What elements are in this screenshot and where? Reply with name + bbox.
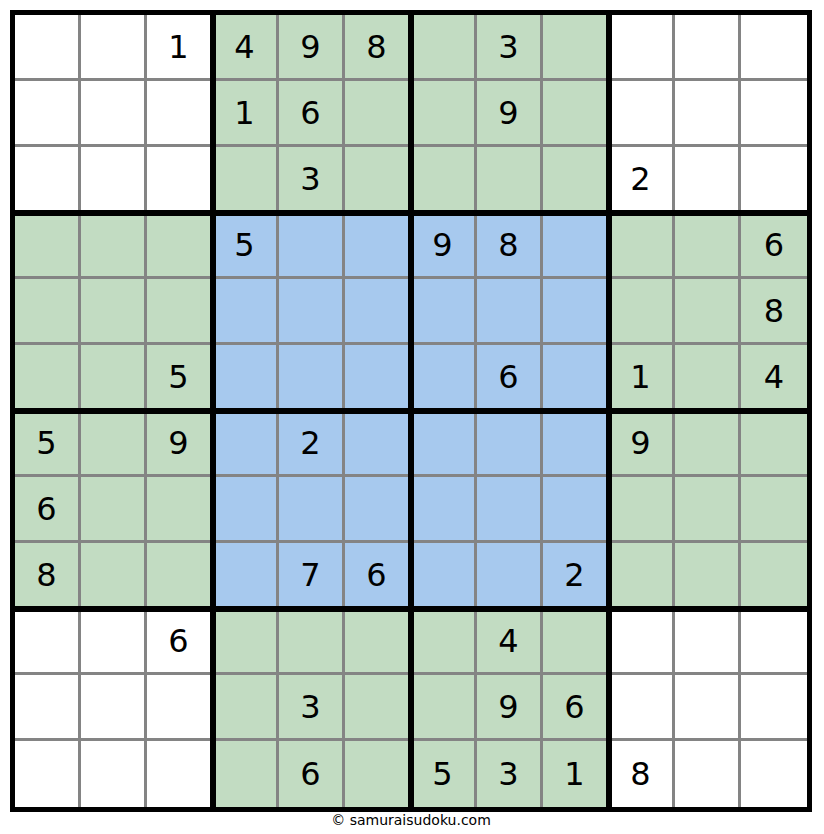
- cell-r12c2-empty[interactable]: [81, 741, 147, 807]
- cell-r5c8-empty[interactable]: [477, 279, 543, 345]
- cell-r3c9-empty[interactable]: [543, 147, 609, 213]
- cell-r11c2-empty[interactable]: [81, 675, 147, 741]
- cell-r7c10-given[interactable]: 9: [609, 411, 675, 477]
- cell-r12c12-empty[interactable]: [741, 741, 807, 807]
- cell-r6c3-given[interactable]: 5: [147, 345, 213, 411]
- cell-r4c11-empty[interactable]: [675, 213, 741, 279]
- cell-r4c6-empty[interactable]: [345, 213, 411, 279]
- cell-r9c4-empty[interactable]: [213, 543, 279, 609]
- cell-r7c5-given[interactable]: 2: [279, 411, 345, 477]
- cell-r8c10-empty[interactable]: [609, 477, 675, 543]
- cell-r5c6-empty[interactable]: [345, 279, 411, 345]
- cell-r12c3-empty[interactable]: [147, 741, 213, 807]
- cell-r3c4-empty[interactable]: [213, 147, 279, 213]
- cell-r8c12-empty[interactable]: [741, 477, 807, 543]
- cell-r10c3-given[interactable]: 6: [147, 609, 213, 675]
- cell-r3c11-empty[interactable]: [675, 147, 741, 213]
- cell-r6c2-empty[interactable]: [81, 345, 147, 411]
- cell-r6c5-empty[interactable]: [279, 345, 345, 411]
- cell-r12c9-given[interactable]: 1: [543, 741, 609, 807]
- cell-r7c3-given[interactable]: 9: [147, 411, 213, 477]
- cell-r5c3-empty[interactable]: [147, 279, 213, 345]
- cell-r3c8-empty[interactable]: [477, 147, 543, 213]
- cell-r9c2-empty[interactable]: [81, 543, 147, 609]
- cell-r11c7-empty[interactable]: [411, 675, 477, 741]
- cell-r9c8-empty[interactable]: [477, 543, 543, 609]
- cell-r1c8-given[interactable]: 3: [477, 15, 543, 81]
- cell-r6c8-given[interactable]: 6: [477, 345, 543, 411]
- cell-r7c12-empty[interactable]: [741, 411, 807, 477]
- cell-r2c4-given[interactable]: 1: [213, 81, 279, 147]
- sudoku-board: 14983169325986856145929687626439665318: [10, 10, 812, 812]
- cell-r1c10-empty[interactable]: [609, 15, 675, 81]
- cell-r12c1-empty[interactable]: [15, 741, 81, 807]
- cell-r10c5-empty[interactable]: [279, 609, 345, 675]
- cell-r10c11-empty[interactable]: [675, 609, 741, 675]
- cell-r2c5-given[interactable]: 6: [279, 81, 345, 147]
- cell-r5c9-empty[interactable]: [543, 279, 609, 345]
- cell-r5c5-empty[interactable]: [279, 279, 345, 345]
- cell-r7c11-empty[interactable]: [675, 411, 741, 477]
- cell-r5c12-given[interactable]: 8: [741, 279, 807, 345]
- cell-r7c1-given[interactable]: 5: [15, 411, 81, 477]
- cell-r5c4-empty[interactable]: [213, 279, 279, 345]
- cell-r8c8-empty[interactable]: [477, 477, 543, 543]
- cell-r11c6-empty[interactable]: [345, 675, 411, 741]
- cell-r4c3-empty[interactable]: [147, 213, 213, 279]
- cell-r10c12-empty[interactable]: [741, 609, 807, 675]
- cell-r2c3-empty[interactable]: [147, 81, 213, 147]
- cell-r6c6-empty[interactable]: [345, 345, 411, 411]
- cell-r2c10-empty[interactable]: [609, 81, 675, 147]
- cell-r6c7-empty[interactable]: [411, 345, 477, 411]
- cell-r8c1-given[interactable]: 6: [15, 477, 81, 543]
- cell-r3c2-empty[interactable]: [81, 147, 147, 213]
- cell-r4c9-empty[interactable]: [543, 213, 609, 279]
- cell-r2c11-empty[interactable]: [675, 81, 741, 147]
- cell-r9c3-empty[interactable]: [147, 543, 213, 609]
- cell-r10c9-empty[interactable]: [543, 609, 609, 675]
- cell-r12c7-given[interactable]: 5: [411, 741, 477, 807]
- cell-r6c11-empty[interactable]: [675, 345, 741, 411]
- cell-r7c4-empty[interactable]: [213, 411, 279, 477]
- cell-r3c12-empty[interactable]: [741, 147, 807, 213]
- cell-r12c5-given[interactable]: 6: [279, 741, 345, 807]
- sudoku-grid: 14983169325986856145929687626439665318: [15, 15, 807, 807]
- cell-r9c7-empty[interactable]: [411, 543, 477, 609]
- cell-r11c1-empty[interactable]: [15, 675, 81, 741]
- cell-r1c4-given[interactable]: 4: [213, 15, 279, 81]
- cell-r4c5-empty[interactable]: [279, 213, 345, 279]
- cell-r6c1-empty[interactable]: [15, 345, 81, 411]
- cell-r8c9-empty[interactable]: [543, 477, 609, 543]
- cell-r2c6-empty[interactable]: [345, 81, 411, 147]
- cell-r11c9-given[interactable]: 6: [543, 675, 609, 741]
- cell-r7c9-empty[interactable]: [543, 411, 609, 477]
- cell-r5c2-empty[interactable]: [81, 279, 147, 345]
- cell-r2c2-empty[interactable]: [81, 81, 147, 147]
- cell-r6c10-given[interactable]: 1: [609, 345, 675, 411]
- cell-r10c6-empty[interactable]: [345, 609, 411, 675]
- cell-r11c8-given[interactable]: 9: [477, 675, 543, 741]
- cell-r3c5-given[interactable]: 3: [279, 147, 345, 213]
- cell-r8c4-empty[interactable]: [213, 477, 279, 543]
- page: 14983169325986856145929687626439665318 ©…: [0, 0, 824, 834]
- cell-r4c2-empty[interactable]: [81, 213, 147, 279]
- cell-r9c5-given[interactable]: 7: [279, 543, 345, 609]
- cell-r1c6-given[interactable]: 8: [345, 15, 411, 81]
- cell-r4c8-given[interactable]: 8: [477, 213, 543, 279]
- cell-r4c4-given[interactable]: 5: [213, 213, 279, 279]
- cell-r10c1-empty[interactable]: [15, 609, 81, 675]
- cell-r7c2-empty[interactable]: [81, 411, 147, 477]
- cell-r10c8-given[interactable]: 4: [477, 609, 543, 675]
- cell-r6c9-empty[interactable]: [543, 345, 609, 411]
- cell-r12c10-given[interactable]: 8: [609, 741, 675, 807]
- cell-r11c4-empty[interactable]: [213, 675, 279, 741]
- cell-r3c3-empty[interactable]: [147, 147, 213, 213]
- cell-r6c4-empty[interactable]: [213, 345, 279, 411]
- cell-r8c2-empty[interactable]: [81, 477, 147, 543]
- cell-r7c7-empty[interactable]: [411, 411, 477, 477]
- cell-r2c1-empty[interactable]: [15, 81, 81, 147]
- cell-r3c1-empty[interactable]: [15, 147, 81, 213]
- cell-r9c1-given[interactable]: 8: [15, 543, 81, 609]
- cell-r8c11-empty[interactable]: [675, 477, 741, 543]
- cell-r1c1-empty[interactable]: [15, 15, 81, 81]
- cell-r2c7-empty[interactable]: [411, 81, 477, 147]
- cell-r1c11-empty[interactable]: [675, 15, 741, 81]
- cell-r7c8-empty[interactable]: [477, 411, 543, 477]
- cell-r11c11-empty[interactable]: [675, 675, 741, 741]
- cell-r2c9-empty[interactable]: [543, 81, 609, 147]
- cell-r12c4-empty[interactable]: [213, 741, 279, 807]
- cell-r5c10-empty[interactable]: [609, 279, 675, 345]
- cell-r1c3-given[interactable]: 1: [147, 15, 213, 81]
- cell-r5c7-empty[interactable]: [411, 279, 477, 345]
- cell-r10c10-empty[interactable]: [609, 609, 675, 675]
- cell-r8c5-empty[interactable]: [279, 477, 345, 543]
- cell-r11c12-empty[interactable]: [741, 675, 807, 741]
- cell-r8c6-empty[interactable]: [345, 477, 411, 543]
- cell-r7c6-empty[interactable]: [345, 411, 411, 477]
- cell-r3c7-empty[interactable]: [411, 147, 477, 213]
- cell-r10c2-empty[interactable]: [81, 609, 147, 675]
- cell-r8c7-empty[interactable]: [411, 477, 477, 543]
- cell-r9c11-empty[interactable]: [675, 543, 741, 609]
- cell-r3c6-empty[interactable]: [345, 147, 411, 213]
- cell-r12c11-empty[interactable]: [675, 741, 741, 807]
- cell-r4c1-empty[interactable]: [15, 213, 81, 279]
- cell-r1c9-empty[interactable]: [543, 15, 609, 81]
- cell-r6c12-given[interactable]: 4: [741, 345, 807, 411]
- cell-r1c12-empty[interactable]: [741, 15, 807, 81]
- cell-r3c10-given[interactable]: 2: [609, 147, 675, 213]
- cell-r12c8-given[interactable]: 3: [477, 741, 543, 807]
- cell-r9c6-given[interactable]: 6: [345, 543, 411, 609]
- cell-r4c7-given[interactable]: 9: [411, 213, 477, 279]
- cell-r10c7-empty[interactable]: [411, 609, 477, 675]
- cell-r11c3-empty[interactable]: [147, 675, 213, 741]
- cell-r8c3-empty[interactable]: [147, 477, 213, 543]
- cell-r1c5-given[interactable]: 9: [279, 15, 345, 81]
- cell-r1c2-empty[interactable]: [81, 15, 147, 81]
- cell-r9c10-empty[interactable]: [609, 543, 675, 609]
- cell-r2c12-empty[interactable]: [741, 81, 807, 147]
- cell-r1c7-empty[interactable]: [411, 15, 477, 81]
- cell-r9c9-given[interactable]: 2: [543, 543, 609, 609]
- cell-r10c4-empty[interactable]: [213, 609, 279, 675]
- cell-r5c1-empty[interactable]: [15, 279, 81, 345]
- cell-r2c8-given[interactable]: 9: [477, 81, 543, 147]
- cell-r5c11-empty[interactable]: [675, 279, 741, 345]
- cell-r11c5-given[interactable]: 3: [279, 675, 345, 741]
- cell-r4c10-empty[interactable]: [609, 213, 675, 279]
- cell-r4c12-given[interactable]: 6: [741, 213, 807, 279]
- cell-r9c12-empty[interactable]: [741, 543, 807, 609]
- copyright-text: © samuraisudoku.com: [10, 812, 812, 828]
- cell-r12c6-empty[interactable]: [345, 741, 411, 807]
- cell-r11c10-empty[interactable]: [609, 675, 675, 741]
